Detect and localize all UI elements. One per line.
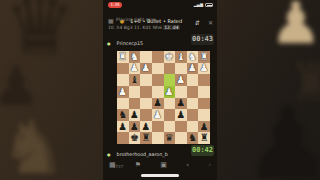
square[interactable]: ♜ (198, 51, 210, 63)
big-pawn-silhouette: ♟ (244, 94, 320, 180)
piece-bP[interactable]: ♟ (142, 122, 151, 132)
square[interactable]: ♟ (164, 86, 176, 98)
square[interactable]: ♟ (129, 63, 141, 75)
square[interactable] (129, 98, 141, 110)
square[interactable]: ♞ (117, 109, 129, 121)
square[interactable] (152, 74, 164, 86)
square[interactable] (164, 74, 176, 86)
square[interactable] (152, 121, 164, 133)
piece-bP[interactable]: ♟ (130, 122, 139, 132)
piece-wP[interactable]: ♟ (130, 63, 139, 73)
square[interactable] (164, 98, 176, 110)
square[interactable]: ♟ (175, 98, 187, 110)
square[interactable] (164, 121, 176, 133)
square[interactable]: ♞ (187, 51, 199, 63)
square[interactable] (117, 132, 129, 144)
square[interactable]: ♟ (175, 109, 187, 121)
piece-wR[interactable]: ♜ (200, 52, 209, 62)
square[interactable]: ♜ (198, 132, 210, 144)
signal-icon: ▂▄▆ (194, 2, 203, 8)
square[interactable]: ♟ (152, 109, 164, 121)
square[interactable]: ♟ (140, 121, 152, 133)
square[interactable] (129, 86, 141, 98)
square[interactable]: ♝ (129, 74, 141, 86)
square[interactable]: ♟ (129, 109, 141, 121)
square[interactable]: ♝ (175, 51, 187, 63)
battery-icon (205, 3, 213, 7)
square[interactable]: ♚ (129, 132, 141, 144)
phone-screenshot: 1:35 ▂▄▆ ▦ ● 1+0 • Bullet • Rated ⇵ ✕ Pl… (103, 0, 217, 180)
online-dot: ● (107, 41, 111, 46)
piece-wP[interactable]: ♟ (200, 63, 209, 73)
piece-bR[interactable]: ♜ (142, 133, 151, 143)
piece-bP[interactable]: ♟ (176, 98, 185, 108)
square[interactable] (117, 74, 129, 86)
square[interactable] (140, 51, 152, 63)
square[interactable]: ♟ (140, 63, 152, 75)
piece-wN[interactable]: ♞ (130, 52, 139, 62)
square[interactable] (198, 98, 210, 110)
square[interactable] (175, 63, 187, 75)
square[interactable] (187, 121, 199, 133)
piece-bB[interactable]: ♝ (130, 75, 139, 85)
square[interactable]: ♚ (164, 51, 176, 63)
piece-wP[interactable]: ♟ (188, 63, 197, 73)
square[interactable] (187, 74, 199, 86)
square[interactable] (140, 98, 152, 110)
square[interactable] (175, 86, 187, 98)
piece-wP[interactable]: ♟ (176, 75, 185, 85)
square[interactable] (198, 109, 210, 121)
piece-bP[interactable]: ♟ (176, 110, 185, 120)
square[interactable] (152, 63, 164, 75)
square[interactable] (187, 98, 199, 110)
piece-wN[interactable]: ♞ (188, 52, 197, 62)
game-status-text: Playing right now (116, 17, 155, 22)
square[interactable]: ♟ (117, 121, 129, 133)
square[interactable] (140, 86, 152, 98)
video-frame: ♛♟♞♟♜♟ 1:35 ▂▄▆ ▦ ● 1+0 • Bullet • Rated… (0, 0, 320, 180)
square[interactable] (187, 109, 199, 121)
piece-bN[interactable]: ♞ (188, 133, 197, 143)
player-bar: ● brotherhood_aaron_b 1737 00:42 (107, 144, 214, 158)
piece-wK[interactable]: ♚ (165, 52, 174, 62)
square[interactable]: ♟ (117, 86, 129, 98)
screen-recording-pill[interactable]: 1:35 (108, 2, 122, 8)
player-clock: 00:42 (191, 145, 214, 156)
square[interactable]: ♟ (129, 121, 141, 133)
online-dot: ● (107, 152, 111, 157)
piece-bP[interactable]: ♟ (200, 122, 209, 132)
square[interactable] (140, 74, 152, 86)
next-move-icon[interactable]: › (208, 162, 211, 169)
piece-wP[interactable]: ♟ (153, 110, 162, 120)
opponent-clock: 00:43 (191, 34, 214, 45)
knight-silhouette: ♞ (0, 110, 66, 180)
menu-board-icon[interactable]: ▦ (109, 162, 116, 169)
square[interactable]: ♜ (140, 132, 152, 144)
move-list-text: 10. h4 Bg3 11. Kd1 Nh6 (108, 25, 162, 30)
square[interactable] (152, 132, 164, 144)
square[interactable] (175, 132, 187, 144)
piece-wP[interactable]: ♟ (118, 87, 127, 97)
opponent-name: Princecp15 (117, 41, 144, 46)
square[interactable]: ♟ (175, 74, 187, 86)
square[interactable]: ♜ (117, 51, 129, 63)
move-list[interactable]: 10. h4 Bg3 11. Kd1 Nh6 12. d4 (108, 25, 213, 30)
mini-board-icon: ▦ (108, 17, 114, 24)
square[interactable]: ♟ (198, 121, 210, 133)
piece-bP[interactable]: ♟ (153, 98, 162, 108)
square[interactable]: ♞ (129, 51, 141, 63)
prev-move-icon[interactable]: ‹ (186, 162, 189, 169)
square[interactable] (175, 121, 187, 133)
piece-wP[interactable]: ♟ (165, 87, 174, 97)
chess-board[interactable]: ♜♞♚♝♞♜♟♟♟♟♝♟♟♟♟♟♞♟♟♟♟♟♟♟♚♜♛♞♜ (117, 51, 210, 144)
pawn-silhouette-right: ♟ (270, 0, 320, 52)
piece-wR[interactable]: ♜ (118, 52, 127, 62)
square[interactable]: ♟ (198, 63, 210, 75)
square[interactable]: ♟ (152, 98, 164, 110)
opponent-bar: ● Princecp15 00:43 (107, 33, 214, 49)
flag-icon[interactable]: ⚑ (135, 162, 141, 169)
square[interactable] (152, 51, 164, 63)
square[interactable] (164, 109, 176, 121)
square[interactable] (187, 86, 199, 98)
last-move-label: 12. d4 (163, 25, 179, 30)
player-name: brotherhood_aaron_b (117, 152, 168, 157)
square[interactable] (140, 109, 152, 121)
analysis-icon[interactable]: ▣ (160, 162, 167, 169)
piece-bP[interactable]: ♟ (118, 122, 127, 132)
piece-wP[interactable]: ♟ (142, 63, 151, 73)
home-indicator[interactable] (141, 174, 179, 177)
piece-bN[interactable]: ♞ (118, 110, 127, 120)
status-icons: ▂▄▆ (194, 2, 213, 8)
square[interactable]: ♛ (164, 132, 176, 144)
square[interactable] (152, 86, 164, 98)
square[interactable] (164, 63, 176, 75)
square[interactable] (198, 86, 210, 98)
piece-bQ[interactable]: ♛ (165, 133, 174, 143)
piece-bP[interactable]: ♟ (130, 110, 139, 120)
game-toolbar: ▦⚑▣‹› (109, 159, 211, 171)
square[interactable] (198, 74, 210, 86)
square[interactable]: ♞ (187, 132, 199, 144)
square[interactable] (117, 98, 129, 110)
piece-wB[interactable]: ♝ (176, 52, 185, 62)
square[interactable]: ♟ (187, 63, 199, 75)
square[interactable] (117, 63, 129, 75)
piece-bR[interactable]: ♜ (200, 133, 209, 143)
piece-bK[interactable]: ♚ (130, 133, 139, 143)
